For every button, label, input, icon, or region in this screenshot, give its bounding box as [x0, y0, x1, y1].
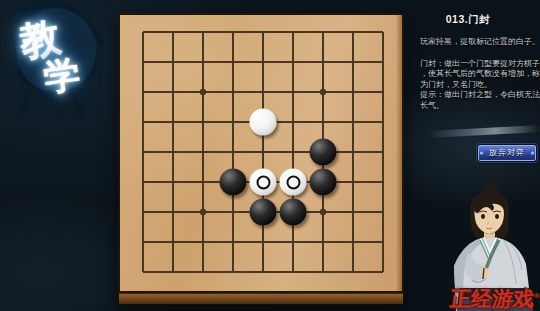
resign-button[interactable]: 放弃对弈	[477, 144, 537, 162]
calligraphy-char-learn: 学	[41, 50, 83, 104]
white-stone	[250, 109, 277, 136]
lesson-title: 013.门封	[396, 13, 540, 27]
black-stone	[220, 169, 247, 196]
board-grid	[142, 31, 384, 273]
watermark-logo: 正经游戏®	[448, 285, 540, 311]
watermark-text: 正经游戏	[449, 287, 535, 310]
lesson-definition: 门封：做出一个门型要提对方棋子，使其长气后的气数没有增加，称为门封，又名门吃。	[420, 59, 540, 91]
black-stone	[280, 199, 307, 226]
light-streak-decoration	[428, 125, 540, 138]
button-ornament-right	[531, 152, 534, 155]
resign-button-label: 放弃对弈	[489, 148, 525, 157]
lesson-text: 玩家持黑，提取标记位置的白子。 门封：做出一个门型要提对方棋子，使其长气后的气数…	[420, 37, 540, 112]
lesson-hint: 提示：做出门封之型，令白棋无法长气。	[420, 90, 540, 111]
teaching-banner: 教 学	[0, 0, 120, 140]
board-side-edge	[118, 293, 404, 305]
black-stone	[310, 169, 337, 196]
lesson-panel: 013.门封 玩家持黑，提取标记位置的白子。 门封：做出一个门型要提对方棋子，使…	[396, 13, 540, 112]
lesson-intro: 玩家持黑，提取标记位置的白子。	[420, 37, 540, 48]
board-surface[interactable]	[118, 13, 404, 293]
go-board[interactable]	[118, 13, 404, 305]
app-window: 教 学 013.门封 玩家持黑，提取标记位置的白子。 门封：做出一个门型要提对方…	[0, 0, 540, 311]
black-stone	[310, 139, 337, 166]
button-ornament-left	[480, 152, 483, 155]
registered-mark: ®	[534, 292, 540, 299]
white-stone-marked	[280, 169, 307, 196]
white-stone-marked	[250, 169, 277, 196]
black-stone	[250, 199, 277, 226]
